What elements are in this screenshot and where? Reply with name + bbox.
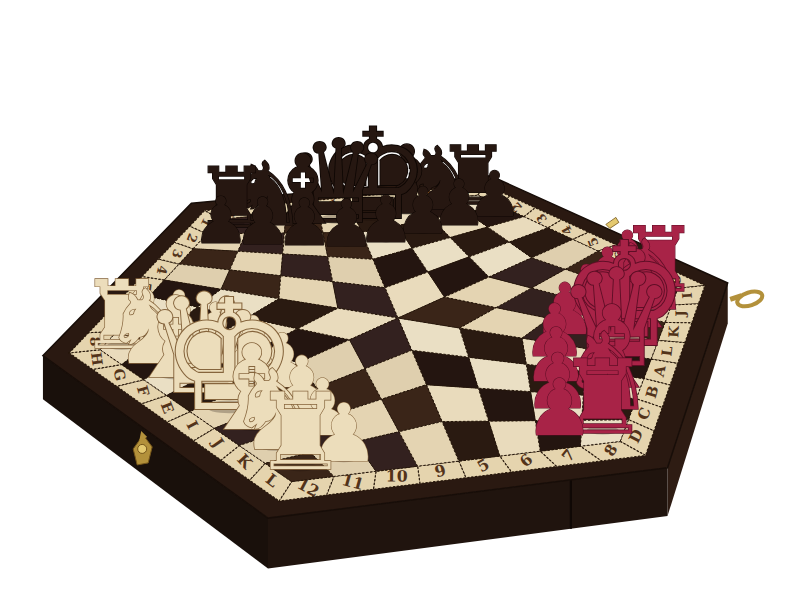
piece-red-p[interactable]: ♟ bbox=[524, 362, 594, 453]
board-svg: ABCDEFGH12345678IJKLABCD87659101112LKJIE… bbox=[0, 0, 800, 600]
photo-canvas: ABCDEFGH12345678IJKLABCD87659101112LKJIE… bbox=[0, 0, 800, 600]
piece-black-p[interactable]: ♟ bbox=[317, 186, 375, 261]
brass-hook bbox=[735, 289, 764, 309]
brass-clasp-knob bbox=[138, 444, 147, 453]
piece-white-r[interactable]: ♜ bbox=[253, 371, 348, 494]
